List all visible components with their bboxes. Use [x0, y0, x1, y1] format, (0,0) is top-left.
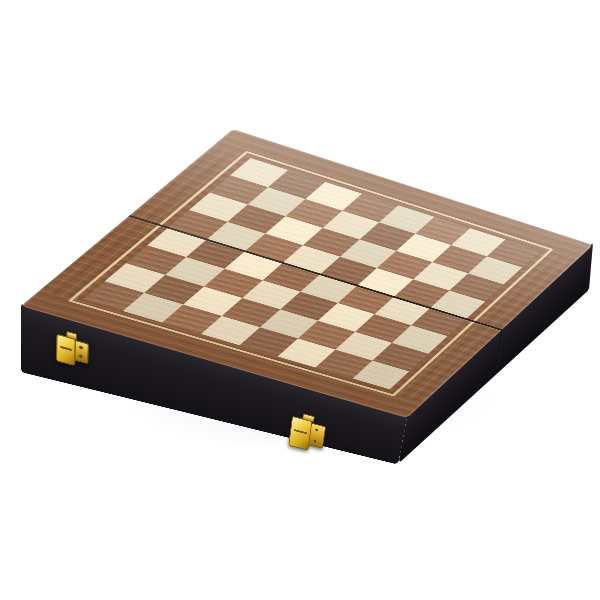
product-photo-scene: [0, 0, 600, 600]
brass-latch-front: [288, 414, 326, 452]
brass-latch-left: [56, 331, 89, 367]
